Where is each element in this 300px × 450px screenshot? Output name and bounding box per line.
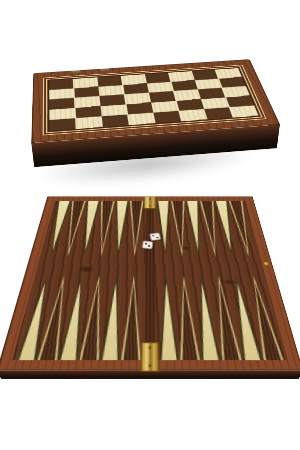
point-dark (127, 201, 144, 257)
hinge-icon (140, 342, 159, 372)
hinge-icon (143, 196, 156, 208)
point-dark (121, 275, 142, 360)
center-fold (145, 201, 155, 360)
board-right-half (153, 201, 287, 360)
playing-field (12, 201, 287, 360)
quadrant-far-left (43, 201, 144, 257)
dice-icon (142, 241, 154, 250)
quadrant-near-left (16, 275, 143, 360)
hinge-icon (72, 70, 81, 73)
clasp-pin-icon (262, 261, 269, 266)
board-front-face (0, 371, 300, 379)
open-backgammon-board (1, 206, 299, 379)
board-left-half (12, 201, 146, 360)
hinge-icon (100, 68, 109, 71)
quadrant-near-right (157, 275, 284, 360)
product-photo (0, 0, 300, 450)
open-board-scene (4, 150, 296, 400)
quadrant-far-right (156, 201, 257, 257)
chessboard-lid (48, 68, 260, 132)
board-frame (0, 196, 300, 370)
